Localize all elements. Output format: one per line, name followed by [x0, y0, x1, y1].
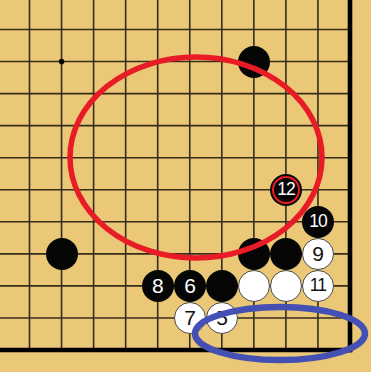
board-intersection[interactable]: 7	[174, 302, 206, 334]
board-intersection[interactable]	[206, 78, 238, 110]
board-intersection[interactable]	[14, 302, 46, 334]
board-intersection[interactable]	[174, 110, 206, 142]
board-intersection[interactable]	[206, 238, 238, 270]
board-intersection[interactable]	[142, 302, 174, 334]
board-intersection[interactable]	[14, 206, 46, 238]
board-intersection[interactable]	[142, 174, 174, 206]
board-intersection[interactable]	[334, 270, 366, 302]
move-number: 9	[312, 243, 323, 264]
board-intersection[interactable]	[334, 334, 366, 366]
board-intersection[interactable]	[78, 142, 110, 174]
board-intersection[interactable]	[174, 174, 206, 206]
board-intersection[interactable]	[302, 334, 334, 366]
board-intersection[interactable]	[206, 14, 238, 46]
board-intersection[interactable]	[110, 46, 142, 78]
board-intersection[interactable]	[78, 110, 110, 142]
board-intersection[interactable]	[334, 174, 366, 206]
board-intersection[interactable]	[46, 334, 78, 366]
board-intersection[interactable]	[238, 14, 270, 46]
board-intersection[interactable]	[46, 206, 78, 238]
board-intersection[interactable]	[174, 206, 206, 238]
board-intersection[interactable]	[110, 78, 142, 110]
board-intersection[interactable]	[206, 270, 238, 302]
board-intersection[interactable]	[174, 14, 206, 46]
board-intersection[interactable]	[78, 270, 110, 302]
board-intersection[interactable]	[270, 238, 302, 270]
board-intersection[interactable]	[142, 46, 174, 78]
black-stone[interactable]: 8	[142, 270, 174, 302]
board-intersection[interactable]	[238, 238, 270, 270]
board-intersection[interactable]	[302, 46, 334, 78]
board-intersection[interactable]	[238, 302, 270, 334]
board-intersection[interactable]	[206, 110, 238, 142]
board-intersection[interactable]	[14, 270, 46, 302]
black-stone[interactable]	[46, 238, 78, 270]
board-intersection[interactable]	[174, 238, 206, 270]
black-stone[interactable]: 10	[302, 206, 334, 238]
board-intersection[interactable]	[142, 110, 174, 142]
black-stone[interactable]	[238, 46, 270, 78]
board-intersection[interactable]: 9	[302, 238, 334, 270]
board-intersection[interactable]: 10	[302, 206, 334, 238]
board-intersection[interactable]	[46, 270, 78, 302]
board-intersection[interactable]	[110, 238, 142, 270]
board-intersection[interactable]	[46, 110, 78, 142]
board-intersection[interactable]	[334, 14, 366, 46]
move-number: 6	[184, 275, 195, 296]
board-intersection[interactable]: 8	[142, 270, 174, 302]
board-intersection[interactable]	[302, 14, 334, 46]
board-intersection[interactable]	[206, 46, 238, 78]
board-intersection[interactable]	[270, 302, 302, 334]
board-intersection[interactable]	[14, 142, 46, 174]
board-intersection[interactable]	[14, 46, 46, 78]
black-stone[interactable]	[206, 270, 238, 302]
white-stone[interactable]	[270, 270, 302, 302]
board-intersection[interactable]	[46, 142, 78, 174]
black-stone[interactable]: 12	[270, 174, 302, 206]
white-stone[interactable]: 7	[174, 302, 206, 334]
board-intersection[interactable]	[334, 238, 366, 270]
board-intersection[interactable]	[78, 302, 110, 334]
board-intersection[interactable]	[14, 14, 46, 46]
board-intersection[interactable]	[174, 142, 206, 174]
board-intersection[interactable]	[334, 302, 366, 334]
board-intersection[interactable]	[110, 14, 142, 46]
board-intersection[interactable]	[270, 206, 302, 238]
move-number: 5	[216, 307, 227, 328]
board-intersection[interactable]	[14, 238, 46, 270]
board-intersection[interactable]	[270, 142, 302, 174]
move-number: 10	[309, 213, 326, 231]
board-intersection[interactable]	[334, 142, 366, 174]
board-intersection[interactable]	[110, 302, 142, 334]
board-intersection[interactable]	[110, 174, 142, 206]
board-intersection[interactable]	[110, 110, 142, 142]
board-intersection[interactable]	[238, 110, 270, 142]
board-intersection[interactable]	[238, 270, 270, 302]
board-intersection[interactable]	[46, 238, 78, 270]
board-intersection[interactable]	[302, 78, 334, 110]
board-intersection[interactable]	[142, 142, 174, 174]
board-intersection[interactable]	[270, 334, 302, 366]
board-intersection[interactable]	[14, 78, 46, 110]
board-intersection[interactable]	[78, 238, 110, 270]
board-intersection[interactable]	[270, 46, 302, 78]
move-number: 8	[152, 275, 163, 296]
board-intersection[interactable]	[14, 110, 46, 142]
board-intersection[interactable]	[302, 174, 334, 206]
board-intersection[interactable]	[334, 206, 366, 238]
move-number: 7	[184, 307, 195, 328]
board-intersection[interactable]	[142, 14, 174, 46]
black-stone[interactable]: 6	[174, 270, 206, 302]
move-number: 12	[277, 181, 294, 199]
board-intersection[interactable]	[142, 238, 174, 270]
board-intersection[interactable]	[270, 14, 302, 46]
board-intersection[interactable]	[46, 78, 78, 110]
white-stone[interactable]	[238, 270, 270, 302]
go-board-diagram: 12109861175	[0, 0, 371, 372]
white-stone[interactable]: 5	[206, 302, 238, 334]
board-intersection[interactable]	[302, 110, 334, 142]
board-intersection[interactable]: 11	[302, 270, 334, 302]
board-intersection[interactable]	[14, 334, 46, 366]
board-intersection[interactable]	[334, 110, 366, 142]
board-intersection[interactable]	[46, 302, 78, 334]
board-intersection[interactable]	[174, 334, 206, 366]
board-intersection[interactable]: 12	[270, 174, 302, 206]
board-intersection[interactable]	[302, 302, 334, 334]
board-intersection[interactable]	[238, 174, 270, 206]
board-intersection[interactable]	[334, 46, 366, 78]
board-intersection[interactable]	[46, 14, 78, 46]
board-intersection[interactable]	[142, 206, 174, 238]
board-intersection[interactable]	[110, 334, 142, 366]
board-intersection[interactable]	[206, 142, 238, 174]
board-intersection[interactable]	[238, 142, 270, 174]
board-intersection[interactable]	[270, 78, 302, 110]
board-intersection[interactable]	[46, 174, 78, 206]
board-intersection[interactable]	[238, 206, 270, 238]
board-intersection[interactable]	[206, 334, 238, 366]
board-intersection[interactable]: 5	[206, 302, 238, 334]
board-intersection[interactable]	[142, 78, 174, 110]
board-intersection[interactable]	[206, 174, 238, 206]
board-intersection[interactable]	[142, 334, 174, 366]
board-intersection[interactable]: 6	[174, 270, 206, 302]
board-intersection[interactable]	[302, 142, 334, 174]
board-intersection[interactable]	[334, 78, 366, 110]
board-intersection[interactable]	[78, 14, 110, 46]
board-intersection[interactable]	[46, 46, 78, 78]
board-intersection[interactable]	[110, 206, 142, 238]
board-intersection[interactable]	[174, 78, 206, 110]
board-intersection[interactable]	[206, 206, 238, 238]
board-intersection[interactable]	[110, 142, 142, 174]
go-board: 12109861175	[14, 14, 367, 367]
board-intersection[interactable]	[14, 174, 46, 206]
black-stone[interactable]	[238, 238, 270, 270]
board-intersection[interactable]	[270, 110, 302, 142]
board-intersection[interactable]	[78, 46, 110, 78]
board-intersection[interactable]	[78, 206, 110, 238]
board-intersection[interactable]	[78, 78, 110, 110]
white-stone[interactable]: 11	[302, 270, 334, 302]
board-intersection[interactable]	[78, 334, 110, 366]
black-stone[interactable]	[270, 238, 302, 270]
board-intersection[interactable]	[238, 334, 270, 366]
board-intersection[interactable]	[270, 270, 302, 302]
move-number: 11	[310, 277, 326, 295]
white-stone[interactable]: 9	[302, 238, 334, 270]
board-intersection[interactable]	[110, 270, 142, 302]
board-intersection[interactable]	[238, 46, 270, 78]
board-intersection[interactable]	[78, 174, 110, 206]
board-intersection[interactable]	[238, 78, 270, 110]
board-intersection[interactable]	[174, 46, 206, 78]
